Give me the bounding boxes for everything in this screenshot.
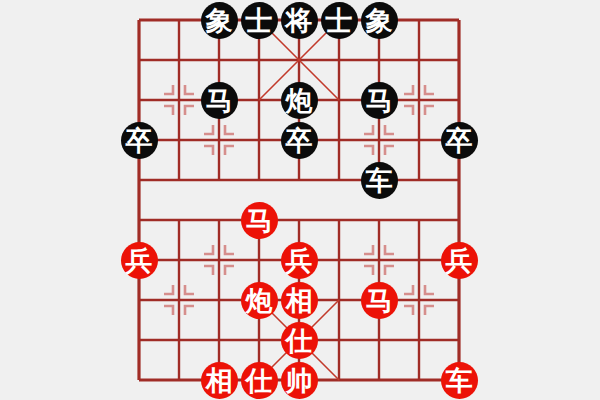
- piece-red-soldier[interactable]: 兵: [439, 240, 479, 280]
- piece-red-horse[interactable]: 马: [239, 200, 279, 240]
- piece-red-advisor[interactable]: 仕: [279, 320, 319, 360]
- black-advisor-glyph: 士: [321, 2, 358, 39]
- piece-red-advisor[interactable]: 仕: [239, 360, 279, 400]
- red-horse-glyph: 马: [361, 282, 398, 319]
- piece-black-elephant[interactable]: 象: [359, 0, 399, 40]
- black-soldier-glyph: 卒: [121, 122, 158, 159]
- red-elephant-glyph: 相: [201, 362, 238, 399]
- black-cannon-glyph: 炮: [281, 82, 318, 119]
- piece-red-chariot[interactable]: 车: [439, 360, 479, 400]
- piece-red-soldier[interactable]: 兵: [119, 240, 159, 280]
- piece-red-cannon[interactable]: 炮: [239, 280, 279, 320]
- piece-black-chariot[interactable]: 车: [359, 160, 399, 200]
- piece-black-soldier[interactable]: 卒: [439, 120, 479, 160]
- pieces-layer: 象士将士象马炮马卒卒卒车马兵兵兵炮相马仕相仕帅车: [119, 0, 479, 400]
- piece-black-elephant[interactable]: 象: [199, 0, 239, 40]
- red-soldier-glyph: 兵: [121, 242, 158, 279]
- piece-red-general[interactable]: 帅: [279, 360, 319, 400]
- black-soldier-glyph: 卒: [281, 122, 318, 159]
- xiangqi-board[interactable]: 象士将士象马炮马卒卒卒车马兵兵兵炮相马仕相仕帅车: [0, 0, 600, 400]
- black-elephant-glyph: 象: [201, 2, 238, 39]
- red-cannon-glyph: 炮: [241, 282, 278, 319]
- red-soldier-glyph: 兵: [441, 242, 478, 279]
- piece-black-horse[interactable]: 马: [359, 80, 399, 120]
- red-general-glyph: 帅: [281, 362, 318, 399]
- piece-red-elephant[interactable]: 相: [279, 280, 319, 320]
- red-advisor-glyph: 仕: [241, 362, 278, 399]
- piece-black-horse[interactable]: 马: [199, 80, 239, 120]
- piece-black-general[interactable]: 将: [279, 0, 319, 40]
- black-advisor-glyph: 士: [241, 2, 278, 39]
- red-horse-glyph: 马: [241, 202, 278, 239]
- red-elephant-glyph: 相: [281, 282, 318, 319]
- piece-black-soldier[interactable]: 卒: [119, 120, 159, 160]
- red-chariot-glyph: 车: [441, 362, 478, 399]
- red-advisor-glyph: 仕: [281, 322, 318, 359]
- black-elephant-glyph: 象: [361, 2, 398, 39]
- black-general-glyph: 将: [281, 2, 318, 39]
- black-horse-glyph: 马: [361, 82, 398, 119]
- black-chariot-glyph: 车: [361, 162, 398, 199]
- piece-red-elephant[interactable]: 相: [199, 360, 239, 400]
- piece-red-horse[interactable]: 马: [359, 280, 399, 320]
- black-soldier-glyph: 卒: [441, 122, 478, 159]
- black-horse-glyph: 马: [201, 82, 238, 119]
- piece-black-soldier[interactable]: 卒: [279, 120, 319, 160]
- piece-black-advisor[interactable]: 士: [319, 0, 359, 40]
- piece-red-soldier[interactable]: 兵: [279, 240, 319, 280]
- red-soldier-glyph: 兵: [281, 242, 318, 279]
- piece-black-advisor[interactable]: 士: [239, 0, 279, 40]
- piece-black-cannon[interactable]: 炮: [279, 80, 319, 120]
